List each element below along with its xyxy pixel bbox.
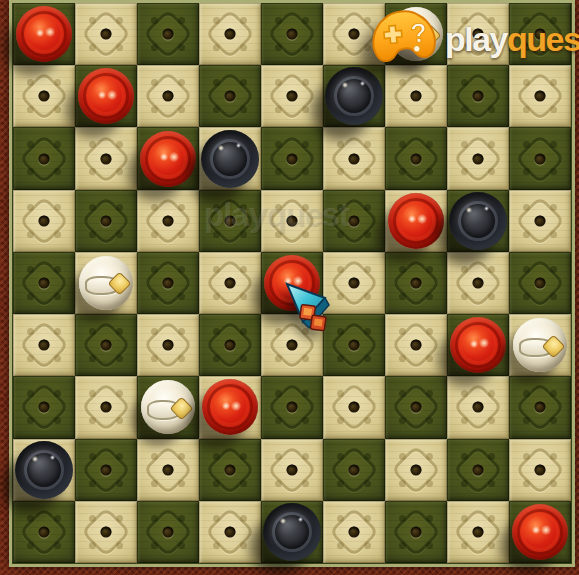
square-r2c3[interactable] — [199, 127, 261, 189]
square-r2c2[interactable] — [137, 127, 199, 189]
brand-quest: quest — [507, 20, 579, 58]
center-hole — [39, 340, 50, 351]
center-hole — [535, 91, 546, 102]
black-piece[interactable] — [449, 192, 507, 250]
square-r6c3[interactable] — [199, 376, 261, 438]
ornament-dots — [151, 204, 158, 211]
ornament-dots — [523, 266, 530, 273]
black-piece[interactable] — [201, 130, 259, 188]
square-r8c3[interactable] — [199, 501, 261, 563]
center-hole — [225, 464, 236, 475]
specular-highlight — [160, 153, 168, 161]
ornament-dots — [399, 266, 406, 273]
center-hole — [535, 464, 546, 475]
specular-highlight — [50, 455, 55, 460]
center-hole — [473, 153, 484, 164]
center-hole — [287, 340, 298, 351]
white-piece[interactable] — [513, 318, 567, 372]
ornament-dots — [151, 266, 158, 273]
white-piece[interactable] — [79, 256, 133, 310]
square-r8c6[interactable] — [385, 501, 447, 563]
specular-highlight — [218, 145, 224, 151]
square-r5c6[interactable] — [385, 314, 447, 376]
center-hole — [287, 402, 298, 413]
center-hole — [349, 29, 360, 40]
square-r2c5[interactable] — [323, 127, 385, 189]
ornament-dots — [337, 515, 344, 522]
square-r4c8[interactable] — [509, 252, 571, 314]
specular-highlight — [98, 91, 106, 99]
ornament-dots — [213, 204, 220, 211]
ornament-dots — [213, 17, 220, 24]
square-r4c6[interactable] — [385, 252, 447, 314]
center-hole — [349, 526, 360, 537]
center-hole — [411, 91, 422, 102]
red-piece[interactable] — [202, 379, 258, 435]
square-r4c7[interactable] — [447, 252, 509, 314]
square-r4c2[interactable] — [137, 252, 199, 314]
game-screen: playquest ? playquest — [0, 0, 579, 575]
ornament-dots — [399, 453, 406, 460]
square-r2c7[interactable] — [447, 127, 509, 189]
ornament-dots — [213, 266, 220, 273]
center-hole — [163, 464, 174, 475]
center-hole — [39, 402, 50, 413]
square-r6c4[interactable] — [261, 376, 323, 438]
square-r1c8[interactable] — [509, 65, 571, 127]
center-hole — [535, 277, 546, 288]
center-hole — [225, 215, 236, 226]
square-r7c5[interactable] — [323, 439, 385, 501]
square-r1c1[interactable] — [75, 65, 137, 127]
center-hole — [473, 526, 484, 537]
square-r8c8[interactable] — [509, 501, 571, 563]
square-r8c5[interactable] — [323, 501, 385, 563]
square-r7c2[interactable] — [137, 439, 199, 501]
white-piece[interactable] — [141, 380, 195, 434]
red-piece[interactable] — [78, 68, 134, 124]
specular-highlight — [32, 456, 38, 462]
square-r1c7[interactable] — [447, 65, 509, 127]
square-r5c3[interactable] — [199, 314, 261, 376]
center-hole — [349, 464, 360, 475]
square-r0c3[interactable] — [199, 3, 261, 65]
ornament-dots — [275, 17, 282, 24]
ornament-dots — [337, 17, 344, 24]
ornament-dots — [461, 453, 468, 460]
square-r6c8[interactable] — [509, 376, 571, 438]
ornament-dots — [523, 453, 530, 460]
center-hole — [349, 277, 360, 288]
square-r3c8[interactable] — [509, 190, 571, 252]
square-r6c6[interactable] — [385, 376, 447, 438]
square-r3c6[interactable] — [385, 190, 447, 252]
center-hole — [535, 215, 546, 226]
square-r0c1[interactable] — [75, 3, 137, 65]
ornament-dots — [151, 453, 158, 460]
center-hole — [163, 29, 174, 40]
ornament-dots — [275, 204, 282, 211]
black-piece[interactable] — [263, 503, 321, 561]
square-r5c0[interactable] — [13, 314, 75, 376]
center-hole — [287, 153, 298, 164]
ornament-dots — [89, 204, 96, 211]
specular-highlight — [342, 82, 348, 88]
square-r6c5[interactable] — [323, 376, 385, 438]
specular-highlight — [532, 526, 540, 534]
center-hole — [101, 340, 112, 351]
ornament-dots — [399, 515, 406, 522]
center-hole — [287, 29, 298, 40]
specular-highlight — [408, 215, 416, 223]
ornament-dots — [337, 266, 344, 273]
specular-highlight — [479, 338, 489, 348]
square-r0c0[interactable] — [13, 3, 75, 65]
specular-highlight — [298, 517, 303, 522]
ornament-dots — [27, 515, 34, 522]
specular-highlight — [169, 152, 179, 162]
square-r7c0[interactable] — [13, 439, 75, 501]
playquest-logo: ? playquest — [363, 4, 579, 74]
square-r6c1[interactable] — [75, 376, 137, 438]
center-hole — [163, 340, 174, 351]
specular-highlight — [45, 27, 55, 37]
teal-arrow-cursor — [284, 281, 336, 335]
center-hole — [411, 464, 422, 475]
center-hole — [411, 153, 422, 164]
square-r5c2[interactable] — [137, 314, 199, 376]
center-hole — [411, 402, 422, 413]
square-r7c6[interactable] — [385, 439, 447, 501]
square-r8c7[interactable] — [447, 501, 509, 563]
center-hole — [101, 153, 112, 164]
specular-highlight — [484, 206, 489, 211]
square-r6c2[interactable] — [137, 376, 199, 438]
square-r8c1[interactable] — [75, 501, 137, 563]
square-r8c0[interactable] — [13, 501, 75, 563]
center-hole — [39, 91, 50, 102]
specular-highlight — [541, 525, 551, 535]
square-r3c4[interactable] — [261, 190, 323, 252]
ornament-dots — [461, 266, 468, 273]
ornament-dots — [89, 17, 96, 24]
ornament-dots — [27, 266, 34, 273]
red-piece[interactable] — [450, 317, 506, 373]
center-hole — [473, 277, 484, 288]
red-piece[interactable] — [512, 504, 568, 560]
center-hole — [349, 215, 360, 226]
gamepad-icon: ? — [363, 4, 443, 74]
square-r5c1[interactable] — [75, 314, 137, 376]
center-hole — [39, 277, 50, 288]
square-r2c4[interactable] — [261, 127, 323, 189]
specular-highlight — [470, 340, 478, 348]
square-r7c7[interactable] — [447, 439, 509, 501]
center-hole — [225, 526, 236, 537]
square-r2c0[interactable] — [13, 127, 75, 189]
square-r0c2[interactable] — [137, 3, 199, 65]
square-r1c3[interactable] — [199, 65, 261, 127]
center-hole — [163, 277, 174, 288]
center-hole — [411, 526, 422, 537]
specular-highlight — [360, 81, 365, 86]
ornament-dots — [337, 453, 344, 460]
square-r3c7[interactable] — [447, 190, 509, 252]
ornament-dots — [89, 515, 96, 522]
ornament-dots — [461, 515, 468, 522]
center-hole — [101, 526, 112, 537]
ornament-dots — [89, 453, 96, 460]
square-r0c4[interactable] — [261, 3, 323, 65]
center-hole — [163, 526, 174, 537]
center-hole — [101, 215, 112, 226]
center-hole — [39, 526, 50, 537]
square-r3c5[interactable] — [323, 190, 385, 252]
black-piece[interactable] — [15, 441, 73, 499]
red-piece[interactable] — [16, 6, 72, 62]
specular-highlight — [236, 143, 241, 148]
square-r1c0[interactable] — [13, 65, 75, 127]
svg-text:?: ? — [409, 17, 429, 49]
center-hole — [163, 215, 174, 226]
red-piece[interactable] — [140, 131, 196, 187]
center-hole — [101, 464, 112, 475]
specular-highlight — [107, 90, 117, 100]
center-hole — [473, 464, 484, 475]
center-hole — [287, 215, 298, 226]
square-r7c4[interactable] — [261, 439, 323, 501]
center-hole — [535, 153, 546, 164]
square-r1c5[interactable] — [323, 65, 385, 127]
ornament-dots — [275, 453, 282, 460]
square-r4c3[interactable] — [199, 252, 261, 314]
square-r2c8[interactable] — [509, 127, 571, 189]
ornament-dots — [523, 204, 530, 211]
center-hole — [225, 277, 236, 288]
center-hole — [349, 402, 360, 413]
ornament-dots — [213, 453, 220, 460]
center-hole — [473, 91, 484, 102]
specular-highlight — [280, 518, 286, 524]
red-piece[interactable] — [388, 193, 444, 249]
brand-play: play — [445, 20, 507, 58]
square-r5c8[interactable] — [509, 314, 571, 376]
center-hole — [473, 402, 484, 413]
specular-highlight — [231, 401, 241, 411]
square-r2c6[interactable] — [385, 127, 447, 189]
ornament-dots — [337, 204, 344, 211]
square-r8c4[interactable] — [261, 501, 323, 563]
specular-highlight — [466, 207, 472, 213]
square-r3c0[interactable] — [13, 190, 75, 252]
ornament-dots — [27, 204, 34, 211]
square-r5c7[interactable] — [447, 314, 509, 376]
center-hole — [411, 340, 422, 351]
square-r3c1[interactable] — [75, 190, 137, 252]
square-r7c3[interactable] — [199, 439, 261, 501]
square-r4c1[interactable] — [75, 252, 137, 314]
center-hole — [39, 153, 50, 164]
ornament-dots — [151, 17, 158, 24]
square-r6c7[interactable] — [447, 376, 509, 438]
square-r6c0[interactable] — [13, 376, 75, 438]
black-piece[interactable] — [325, 67, 383, 125]
square-r3c3[interactable] — [199, 190, 261, 252]
brand-name: playquest — [445, 4, 579, 74]
center-hole — [101, 402, 112, 413]
center-hole — [287, 91, 298, 102]
center-hole — [535, 402, 546, 413]
center-hole — [225, 340, 236, 351]
square-r4c0[interactable] — [13, 252, 75, 314]
specular-highlight — [417, 214, 427, 224]
center-hole — [287, 464, 298, 475]
ornament-dots — [213, 515, 220, 522]
center-hole — [349, 153, 360, 164]
square-r2c1[interactable] — [75, 127, 137, 189]
square-r8c2[interactable] — [137, 501, 199, 563]
square-r1c2[interactable] — [137, 65, 199, 127]
square-r1c6[interactable] — [385, 65, 447, 127]
square-r7c8[interactable] — [509, 439, 571, 501]
center-hole — [411, 277, 422, 288]
center-hole — [225, 91, 236, 102]
ornament-dots — [151, 515, 158, 522]
square-r7c1[interactable] — [75, 439, 137, 501]
center-hole — [349, 340, 360, 351]
center-hole — [225, 29, 236, 40]
center-hole — [163, 91, 174, 102]
specular-highlight — [36, 29, 44, 37]
center-hole — [39, 215, 50, 226]
center-hole — [101, 29, 112, 40]
square-r1c4[interactable] — [261, 65, 323, 127]
specular-highlight — [222, 402, 230, 410]
square-r3c2[interactable] — [137, 190, 199, 252]
